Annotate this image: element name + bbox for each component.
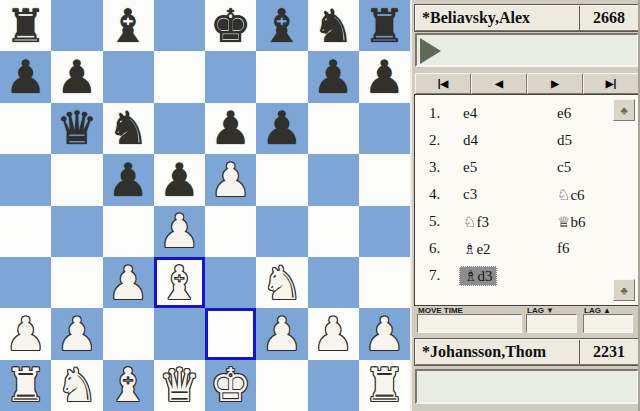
board: ♜♝♚♝♞♜♟♟♟♟♛♞♟♟♟♟♟♟♟♝♞♟♟♟♟♟♜♞♝♛♚♜ bbox=[0, 0, 410, 411]
move-list: 1.e4e62.d4d53.e5c54.c3♘c65.♘f3♕b66.♗e2f6… bbox=[415, 95, 639, 305]
move-white[interactable]: e5 bbox=[459, 158, 481, 176]
piece-white-pawn[interactable]: ♟ bbox=[56, 311, 97, 357]
flower-icon-button-top[interactable]: ♣ bbox=[613, 99, 635, 121]
square-a5[interactable] bbox=[0, 154, 51, 205]
bottom-player-name: *Johansson,Thom bbox=[416, 340, 580, 364]
move-row: 6.♗e2f6 bbox=[415, 235, 639, 262]
square-f4[interactable] bbox=[256, 206, 307, 257]
piece-black-bishop[interactable]: ♝ bbox=[108, 3, 149, 49]
move-time-field bbox=[417, 314, 522, 333]
move-row: 3.e5c5 bbox=[415, 154, 639, 181]
bottom-player-rating: 2231 bbox=[580, 340, 638, 364]
square-d3[interactable]: ♝ bbox=[154, 257, 205, 308]
move-number: 7. bbox=[429, 267, 459, 284]
turn-indicator-icon bbox=[420, 38, 441, 64]
square-d8[interactable] bbox=[154, 0, 205, 51]
square-g5[interactable] bbox=[308, 154, 359, 205]
square-e5[interactable]: ♟ bbox=[205, 154, 256, 205]
square-b6[interactable]: ♛ bbox=[51, 103, 102, 154]
move-row: 4.c3♘c6 bbox=[415, 181, 639, 208]
lag-up-field bbox=[583, 314, 633, 333]
move-black[interactable]: d5 bbox=[553, 131, 576, 149]
move-white[interactable]: c3 bbox=[459, 185, 481, 203]
square-f5[interactable] bbox=[256, 154, 307, 205]
nav-back-button[interactable]: ◀ bbox=[471, 73, 527, 94]
move-number: 6. bbox=[429, 240, 459, 257]
nav-forward-button[interactable]: ▶ bbox=[527, 73, 583, 94]
square-f1[interactable] bbox=[256, 360, 307, 411]
bottom-message-area bbox=[415, 369, 639, 404]
piece-black-knight[interactable]: ♞ bbox=[108, 105, 149, 151]
square-g1[interactable] bbox=[308, 360, 359, 411]
nav-first-button[interactable]: |◀ bbox=[415, 73, 471, 94]
piece-white-king[interactable]: ♚ bbox=[210, 362, 251, 408]
piece-white-knight[interactable]: ♞ bbox=[261, 260, 302, 306]
square-h6[interactable] bbox=[359, 103, 410, 154]
piece-black-bishop[interactable]: ♝ bbox=[261, 3, 302, 49]
move-white[interactable]: ♗d3 bbox=[459, 266, 497, 286]
square-b2[interactable]: ♟ bbox=[51, 308, 102, 359]
piece-black-king[interactable]: ♚ bbox=[210, 3, 251, 49]
top-player-rating: 2668 bbox=[580, 6, 638, 30]
move-white[interactable]: d4 bbox=[459, 131, 482, 149]
piece-white-bishop[interactable]: ♝ bbox=[159, 260, 200, 306]
square-e3[interactable] bbox=[205, 257, 256, 308]
piece-black-pawn[interactable]: ♟ bbox=[313, 54, 354, 100]
piece-white-pawn[interactable]: ♟ bbox=[313, 311, 354, 357]
piece-white-queen[interactable]: ♛ bbox=[159, 362, 200, 408]
square-e8[interactable]: ♚ bbox=[205, 0, 256, 51]
square-e6[interactable]: ♟ bbox=[205, 103, 256, 154]
move-row: 7.♗d3 bbox=[415, 262, 639, 289]
square-f7[interactable] bbox=[256, 51, 307, 102]
piece-black-pawn[interactable]: ♟ bbox=[108, 157, 149, 203]
square-c6[interactable]: ♞ bbox=[103, 103, 154, 154]
piece-white-pawn[interactable]: ♟ bbox=[108, 260, 149, 306]
square-h7[interactable]: ♟ bbox=[359, 51, 410, 102]
flower-icon: ♣ bbox=[620, 284, 627, 296]
move-black[interactable]: ♘c6 bbox=[553, 186, 589, 204]
nav-last-button[interactable]: ▶| bbox=[583, 73, 639, 94]
top-message-area bbox=[415, 33, 639, 67]
move-black[interactable]: ♕b6 bbox=[553, 213, 589, 231]
piece-white-rook[interactable]: ♜ bbox=[364, 362, 405, 408]
square-d7[interactable] bbox=[154, 51, 205, 102]
piece-white-pawn[interactable]: ♟ bbox=[159, 208, 200, 254]
square-b1[interactable]: ♞ bbox=[51, 360, 102, 411]
square-a7[interactable]: ♟ bbox=[0, 51, 51, 102]
piece-white-rook[interactable]: ♜ bbox=[5, 362, 46, 408]
move-row: 2.d4d5 bbox=[415, 127, 639, 154]
move-black bbox=[553, 266, 561, 284]
move-number: 1. bbox=[429, 105, 459, 122]
top-player-header: *Beliavsky,Alex 2668 bbox=[415, 5, 639, 31]
square-d2[interactable] bbox=[154, 308, 205, 359]
square-d6[interactable] bbox=[154, 103, 205, 154]
piece-black-pawn[interactable]: ♟ bbox=[364, 54, 405, 100]
piece-white-pawn[interactable]: ♟ bbox=[5, 311, 46, 357]
piece-black-pawn[interactable]: ♟ bbox=[5, 54, 46, 100]
square-c3[interactable]: ♟ bbox=[103, 257, 154, 308]
square-f3[interactable]: ♞ bbox=[256, 257, 307, 308]
square-f8[interactable]: ♝ bbox=[256, 0, 307, 51]
square-b4[interactable] bbox=[51, 206, 102, 257]
move-number: 4. bbox=[429, 186, 459, 203]
square-a1[interactable]: ♜ bbox=[0, 360, 51, 411]
move-rows: 1.e4e62.d4d53.e5c54.c3♘c65.♘f3♕b66.♗e2f6… bbox=[415, 100, 639, 289]
move-row: 1.e4e6 bbox=[415, 100, 639, 127]
move-white[interactable]: ♘f3 bbox=[459, 213, 493, 231]
square-h4[interactable] bbox=[359, 206, 410, 257]
piece-black-pawn[interactable]: ♟ bbox=[261, 105, 302, 151]
top-player-name: *Beliavsky,Alex bbox=[416, 6, 580, 30]
square-e4[interactable] bbox=[205, 206, 256, 257]
square-a3[interactable] bbox=[0, 257, 51, 308]
square-a2[interactable]: ♟ bbox=[0, 308, 51, 359]
piece-black-pawn[interactable]: ♟ bbox=[56, 54, 97, 100]
piece-white-pawn[interactable]: ♟ bbox=[210, 157, 251, 203]
piece-black-pawn[interactable]: ♟ bbox=[159, 157, 200, 203]
square-h1[interactable]: ♜ bbox=[359, 360, 410, 411]
move-black[interactable]: f6 bbox=[553, 239, 574, 257]
piece-white-knight[interactable]: ♞ bbox=[56, 362, 97, 408]
square-g2[interactable]: ♟ bbox=[308, 308, 359, 359]
square-c8[interactable]: ♝ bbox=[103, 0, 154, 51]
move-number: 2. bbox=[429, 132, 459, 149]
chess-client-window: ♜♝♚♝♞♜♟♟♟♟♛♞♟♟♟♟♟♟♟♝♞♟♟♟♟♟♜♞♝♛♚♜ *Beliav… bbox=[0, 0, 640, 411]
move-black[interactable]: c5 bbox=[553, 158, 575, 176]
lag-down-field bbox=[526, 314, 577, 333]
square-g3[interactable] bbox=[308, 257, 359, 308]
square-c1[interactable]: ♝ bbox=[103, 360, 154, 411]
piece-black-knight[interactable]: ♞ bbox=[313, 3, 354, 49]
square-e2[interactable] bbox=[205, 308, 256, 359]
square-g6[interactable] bbox=[308, 103, 359, 154]
square-e7[interactable] bbox=[205, 51, 256, 102]
flower-icon-button-bottom[interactable]: ♣ bbox=[613, 279, 635, 301]
square-a4[interactable] bbox=[0, 206, 51, 257]
piece-black-rook[interactable]: ♜ bbox=[5, 3, 46, 49]
square-h3[interactable] bbox=[359, 257, 410, 308]
bottom-player-header: *Johansson,Thom 2231 bbox=[415, 339, 639, 365]
square-c7[interactable] bbox=[103, 51, 154, 102]
square-g8[interactable]: ♞ bbox=[308, 0, 359, 51]
square-b5[interactable] bbox=[51, 154, 102, 205]
square-c4[interactable] bbox=[103, 206, 154, 257]
square-f2[interactable]: ♟ bbox=[256, 308, 307, 359]
square-g7[interactable]: ♟ bbox=[308, 51, 359, 102]
square-b8[interactable] bbox=[51, 0, 102, 51]
square-e1[interactable]: ♚ bbox=[205, 360, 256, 411]
square-c2[interactable] bbox=[103, 308, 154, 359]
game-info-panel: *Beliavsky,Alex 2668 |◀ ◀ ▶ ▶| 1.e4e62.d… bbox=[410, 0, 640, 411]
square-b3[interactable] bbox=[51, 257, 102, 308]
piece-black-queen[interactable]: ♛ bbox=[56, 105, 97, 151]
move-number: 3. bbox=[429, 159, 459, 176]
square-d1[interactable]: ♛ bbox=[154, 360, 205, 411]
square-g4[interactable] bbox=[308, 206, 359, 257]
square-h8[interactable]: ♜ bbox=[359, 0, 410, 51]
piece-white-pawn[interactable]: ♟ bbox=[261, 311, 302, 357]
piece-black-rook[interactable]: ♜ bbox=[364, 3, 405, 49]
square-f6[interactable]: ♟ bbox=[256, 103, 307, 154]
piece-white-bishop[interactable]: ♝ bbox=[108, 362, 149, 408]
move-navigation-bar: |◀ ◀ ▶ ▶| bbox=[415, 73, 639, 94]
square-b7[interactable]: ♟ bbox=[51, 51, 102, 102]
square-d5[interactable]: ♟ bbox=[154, 154, 205, 205]
square-c5[interactable]: ♟ bbox=[103, 154, 154, 205]
move-white[interactable]: e4 bbox=[459, 104, 481, 122]
move-black[interactable]: e6 bbox=[553, 104, 575, 122]
move-white[interactable]: ♗e2 bbox=[459, 240, 495, 258]
move-number: 5. bbox=[429, 213, 459, 230]
piece-black-pawn[interactable]: ♟ bbox=[210, 105, 251, 151]
square-a6[interactable] bbox=[0, 103, 51, 154]
square-a8[interactable]: ♜ bbox=[0, 0, 51, 51]
square-h2[interactable]: ♟ bbox=[359, 308, 410, 359]
move-row: 5.♘f3♕b6 bbox=[415, 208, 639, 235]
piece-white-pawn[interactable]: ♟ bbox=[364, 311, 405, 357]
square-d4[interactable]: ♟ bbox=[154, 206, 205, 257]
square-h5[interactable] bbox=[359, 154, 410, 205]
flower-icon: ♣ bbox=[620, 104, 627, 116]
